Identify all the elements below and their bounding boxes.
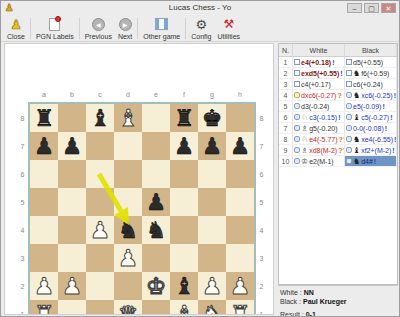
book-icon [346, 70, 352, 76]
square-a5[interactable] [30, 188, 58, 216]
move-text: d3(-0.24) [301, 103, 329, 110]
square-g3[interactable] [198, 244, 226, 272]
toolbar-separator [185, 18, 186, 39]
square-c8[interactable]: ♝ [86, 104, 114, 132]
square-c6[interactable] [86, 160, 114, 188]
black-piece-b7: ♟ [62, 133, 83, 159]
config-button[interactable]: ⚙ Config [188, 16, 214, 41]
white-piece-h2: ♟ [230, 273, 251, 299]
pawn-icon: ♟ [10, 18, 22, 31]
square-d6[interactable] [114, 160, 142, 188]
move-number: 6 [279, 112, 293, 122]
square-a3[interactable] [30, 244, 58, 272]
coord-label-8: 8 [257, 104, 266, 132]
move-cell-1-white[interactable]: e4(+0.18)! [293, 57, 345, 67]
coord-label-5: 5 [257, 188, 266, 216]
move-cell-3-white[interactable]: c4(+0.17) [293, 79, 345, 89]
right-arrow-icon: ▶ [119, 18, 132, 31]
square-a7[interactable]: ♟ [30, 132, 58, 160]
move-row-4: 4dxc6(-0.27)?♞xc6(-0.25)! [279, 90, 397, 101]
pgn-labels-button[interactable]: PGN Labels [33, 16, 77, 41]
coord-label-3: 3 [18, 244, 27, 272]
nag-annotation: ! [332, 59, 334, 66]
square-g7[interactable]: ♟ [198, 132, 226, 160]
coord-label-1: 1 [18, 300, 27, 315]
square-c7[interactable] [86, 132, 114, 160]
comment-icon [294, 103, 300, 109]
square-b6[interactable] [58, 160, 86, 188]
coord-label-c: c [86, 91, 114, 100]
move-text: 0-0(-0.08) [353, 125, 384, 132]
square-a4[interactable] [30, 216, 58, 244]
white-piece-c4: ♟ [90, 217, 111, 243]
move-number: 10 [279, 156, 293, 166]
nag-annotation: ?? [338, 147, 345, 154]
white-player-line: White : NN [280, 288, 398, 297]
square-e8[interactable] [142, 104, 170, 132]
black-piece-d4: ♞ [118, 217, 139, 243]
square-b7[interactable]: ♟ [58, 132, 86, 160]
coord-label-5: 5 [18, 188, 27, 216]
book-icon [346, 81, 352, 87]
black-piece-f7: ♟ [174, 133, 195, 159]
move-cell-4-black[interactable]: ♞xc6(-0.25)! [345, 90, 397, 100]
coord-label-f: f [170, 91, 198, 100]
move-number: 3 [279, 79, 293, 89]
white-piece-g1: ♞ [202, 301, 223, 315]
square-f5[interactable] [170, 188, 198, 216]
black-piece-c8: ♝ [90, 105, 111, 131]
comment-icon [346, 136, 352, 142]
square-e4[interactable]: ♞ [142, 216, 170, 244]
comment-icon [346, 147, 352, 153]
square-a8[interactable]: ♜ [30, 104, 58, 132]
move-cell-8-black[interactable]: ♞xe4(-6.55)! [345, 134, 397, 144]
nag-annotation: ! [382, 103, 384, 110]
close-window-button[interactable]: ✕ [381, 3, 396, 13]
square-f6[interactable] [170, 160, 198, 188]
minimize-button[interactable]: – [347, 3, 362, 13]
comment-icon [294, 114, 300, 120]
nag-annotation: ! [394, 92, 396, 99]
move-cell-5-black[interactable]: e5(-0.09)! [345, 101, 397, 111]
move-number: 5 [279, 101, 293, 111]
square-g1[interactable]: ♞ [198, 300, 226, 315]
square-d8[interactable]: ♝ [114, 104, 142, 132]
black-piece-e4: ♞ [146, 217, 167, 243]
next-button[interactable]: ▶ Next [115, 16, 135, 41]
move-cell-2-black[interactable]: ♞f6(+0.59) [345, 68, 397, 78]
nag-annotation: ! [374, 158, 376, 165]
square-c2[interactable] [86, 272, 114, 300]
coord-label-e: e [142, 91, 170, 100]
toolbar-separator [79, 18, 80, 39]
move-cell-4-white[interactable]: dxc6(-0.27)? [293, 90, 345, 100]
coord-label-4: 4 [18, 216, 27, 244]
coord-label-g: g [198, 91, 226, 100]
square-c3[interactable] [86, 244, 114, 272]
square-d3[interactable]: ♟ [114, 244, 142, 272]
square-h5[interactable] [226, 188, 254, 216]
square-h2[interactable]: ♟ [226, 272, 254, 300]
header-n: N. [279, 44, 293, 56]
figurine-icon: ♝ [353, 146, 360, 155]
move-number: 4 [279, 90, 293, 100]
move-text: c5(-0.27) [361, 114, 389, 121]
move-text: c4(+0.17) [301, 81, 331, 88]
move-cell-10-black[interactable]: ♞d4#! [345, 156, 397, 166]
square-d7[interactable] [114, 132, 142, 160]
black-label: Black : [280, 298, 301, 305]
white-piece-a1: ♜ [34, 301, 55, 315]
nag-annotation: ! [390, 114, 392, 121]
next-button-label: Next [118, 33, 132, 40]
comment-icon [346, 114, 352, 120]
square-g2[interactable]: ♟ [198, 272, 226, 300]
square-e7[interactable] [142, 132, 170, 160]
comment-icon [294, 147, 300, 153]
square-b2[interactable]: ♟ [58, 272, 86, 300]
square-h7[interactable]: ♟ [226, 132, 254, 160]
coord-label-b: b [58, 91, 86, 100]
black-piece-g8: ♚ [202, 105, 223, 131]
move-row-7: 7♗g5(-0.20)0-0(-0.08)! [279, 123, 397, 134]
coords-right: 87654321 [257, 104, 266, 315]
nag-annotation: ? [337, 92, 341, 99]
move-text: g5(-0.20) [309, 125, 337, 132]
move-text: xc6(-0.25) [361, 92, 393, 99]
white-piece-h1: ♜ [230, 301, 251, 315]
move-number: 7 [279, 123, 293, 133]
coord-label-h: h [226, 91, 254, 100]
coord-label-7: 7 [18, 132, 27, 160]
square-f4[interactable] [170, 216, 198, 244]
comment-icon [346, 103, 352, 109]
move-text: xe4(-6.55) [361, 136, 393, 143]
pin-icon [55, 16, 61, 22]
maximize-button[interactable]: ▢ [364, 3, 379, 13]
coord-label-6: 6 [18, 160, 27, 188]
black-player-line: Black : Paul Krueger [280, 297, 398, 306]
move-text: exd5(+0.55) [301, 70, 339, 77]
move-text: xf2+(M-2) [361, 147, 391, 154]
black-piece-a8: ♜ [34, 105, 55, 131]
coord-label-2: 2 [18, 272, 27, 300]
coord-label-3: 3 [257, 244, 266, 272]
square-b1[interactable] [58, 300, 86, 315]
square-c4[interactable]: ♟ [86, 216, 114, 244]
figurine-icon: ♘ [301, 135, 308, 144]
header-white: White [293, 44, 345, 56]
coord-label-4: 4 [257, 216, 266, 244]
utilities-button-label: Utilities [218, 33, 241, 40]
figurine-icon: ♘ [301, 113, 308, 122]
square-b8[interactable] [58, 104, 86, 132]
coord-label-d: d [114, 91, 142, 100]
comment-icon [346, 92, 352, 98]
comment-icon [294, 92, 300, 98]
white-piece-g2: ♟ [202, 273, 223, 299]
white-piece-b2: ♟ [62, 273, 83, 299]
move-text: e4(-5.77) [309, 136, 337, 143]
white-piece-a2: ♟ [34, 273, 55, 299]
square-g4[interactable] [198, 216, 226, 244]
square-d5[interactable] [114, 188, 142, 216]
move-number: 1 [279, 57, 293, 67]
move-text: e4(+0.18) [301, 59, 331, 66]
square-a6[interactable] [30, 160, 58, 188]
moves-table-body: 1e4(+0.18)!d5(+0.55)2exd5(+0.55)!♞f6(+0.… [279, 57, 397, 167]
black-piece-f8: ♜ [174, 105, 195, 131]
comment-icon [294, 136, 300, 142]
coords-top: abcdefgh [30, 91, 254, 100]
comment-icon [294, 125, 300, 131]
white-player-name: NN [304, 289, 314, 296]
coord-label-7: 7 [257, 132, 266, 160]
black-piece-e5: ♟ [146, 189, 167, 215]
square-f7[interactable]: ♟ [170, 132, 198, 160]
other-game-button-label: Other game [143, 33, 180, 40]
move-text: d5(+0.55) [353, 59, 383, 66]
move-cell-8-white[interactable]: ♘e4(-5.77)?? [293, 134, 345, 144]
white-piece-d3: ♟ [118, 245, 139, 271]
book-icon [294, 81, 300, 87]
page-icon [49, 18, 60, 31]
white-piece-f1: ♝ [174, 301, 195, 315]
board-panel: abcdefgh 87654321 87654321 abcdefgh ♜♝♝♜… [4, 43, 274, 315]
move-row-5: 5d3(-0.24)e5(-0.09)! [279, 101, 397, 112]
move-cell-5-white[interactable]: d3(-0.24) [293, 101, 345, 111]
toolbar-separator [30, 18, 31, 39]
move-text: e2(M-1) [309, 158, 334, 165]
square-b3[interactable] [58, 244, 86, 272]
other-game-icon [155, 18, 168, 30]
move-text: c3(-0.15) [309, 114, 337, 121]
nag-annotation: ! [340, 70, 342, 77]
move-cell-6-black[interactable]: ♝c5(-0.27)! [345, 112, 397, 122]
figurine-icon: ♞ [353, 157, 360, 166]
figurine-icon: ♗ [301, 124, 308, 133]
white-piece-d8: ♝ [118, 105, 139, 131]
window-title: Lucas Chess - Yo [1, 3, 399, 12]
move-cell-9-white[interactable]: ♗xd8(M-2)?? [293, 145, 345, 155]
square-e6[interactable] [142, 160, 170, 188]
move-row-2: 2exd5(+0.55)!♞f6(+0.59) [279, 68, 397, 79]
square-a1[interactable]: ♜ [30, 300, 58, 315]
white-label: White : [280, 289, 302, 296]
nag-annotation: ! [338, 114, 340, 121]
white-piece-e2: ♚ [146, 273, 167, 299]
result-label: Result : [280, 311, 304, 317]
square-f2[interactable]: ♝ [170, 272, 198, 300]
move-number: 8 [279, 134, 293, 144]
white-piece-d1: ♛ [118, 301, 139, 315]
square-h4[interactable] [226, 216, 254, 244]
figurine-icon: ♞ [353, 69, 360, 78]
move-row-8: 8♘e4(-5.77)??♞xe4(-6.55)! [279, 134, 397, 145]
move-row-3: 3c4(+0.17)c6(+0.24) [279, 79, 397, 90]
config-button-label: Config [191, 33, 211, 40]
nag-annotation: ! [394, 136, 396, 143]
coord-label-8: 8 [18, 104, 27, 132]
coord-label-2: 2 [257, 272, 266, 300]
left-arrow-icon: ◀ [92, 18, 105, 31]
square-h8[interactable] [226, 104, 254, 132]
square-e5[interactable]: ♟ [142, 188, 170, 216]
game-info: White : NN Black : Paul Krueger Result :… [280, 288, 398, 317]
square-g5[interactable] [198, 188, 226, 216]
gear-icon: ⚙ [196, 18, 208, 31]
coords-left: 87654321 [18, 104, 27, 315]
result-value: 0-1 [306, 311, 316, 317]
move-number: 9 [279, 145, 293, 155]
square-h3[interactable] [226, 244, 254, 272]
black-player-name: Paul Krueger [303, 298, 347, 305]
figurine-icon: ♝ [353, 113, 360, 122]
close-button[interactable]: ♟ Close [4, 16, 28, 41]
black-piece-h7: ♟ [230, 133, 251, 159]
square-h6[interactable] [226, 160, 254, 188]
square-b4[interactable] [58, 216, 86, 244]
header-black: Black [345, 44, 397, 56]
book-icon [294, 70, 300, 76]
comment-icon [346, 158, 352, 164]
move-number: 2 [279, 68, 293, 78]
square-g6[interactable] [198, 160, 226, 188]
chess-board: ♜♝♝♜♚♟♟♟♟♟♟♟♞♞♟♟♟♚♝♟♟♜♛♝♞♜ [28, 102, 256, 315]
square-h1[interactable]: ♜ [226, 300, 254, 315]
move-text: f6(+0.59) [361, 70, 389, 77]
figurine-icon: ♞ [353, 91, 360, 100]
previous-button-label: Previous [85, 33, 112, 40]
square-f8[interactable]: ♜ [170, 104, 198, 132]
comment-icon [346, 125, 352, 131]
toolbar: ♟ Close PGN Labels ◀ Previous ▶ Next Oth… [1, 15, 399, 42]
tools-icon: ⚒ [223, 18, 234, 31]
square-f1[interactable]: ♝ [170, 300, 198, 315]
move-row-1: 1e4(+0.18)!d5(+0.55) [279, 57, 397, 68]
book-icon [346, 59, 352, 65]
move-cell-6-white[interactable]: ♘c3(-0.15)! [293, 112, 345, 122]
square-c1[interactable] [86, 300, 114, 315]
move-cell-7-white[interactable]: ♗g5(-0.20) [293, 123, 345, 133]
move-text: d4# [361, 158, 373, 165]
square-e3[interactable] [142, 244, 170, 272]
pgn-labels-button-label: PGN Labels [36, 33, 74, 40]
nag-annotation: ! [392, 147, 394, 154]
move-text: c6(+0.24) [353, 81, 383, 88]
previous-button[interactable]: ◀ Previous [82, 16, 115, 41]
move-cell-10-white[interactable]: ♔e2(M-1) [293, 156, 345, 166]
square-d1[interactable]: ♛ [114, 300, 142, 315]
coord-label-1: 1 [257, 300, 266, 315]
move-cell-2-white[interactable]: exd5(+0.55)! [293, 68, 345, 78]
figurine-icon: ♞ [353, 135, 360, 144]
move-row-6: 6♘c3(-0.15)!♝c5(-0.27)! [279, 112, 397, 123]
nag-annotation: ! [385, 125, 387, 132]
move-cell-9-black[interactable]: ♝xf2+(M-2)! [345, 145, 397, 155]
move-cell-1-black[interactable]: d5(+0.55) [345, 57, 397, 67]
black-piece-f2: ♝ [174, 273, 195, 299]
move-text: xd8(M-2) [309, 147, 337, 154]
figurine-icon: ♗ [301, 146, 308, 155]
move-text: dxc6(-0.27) [301, 92, 336, 99]
square-d2[interactable] [114, 272, 142, 300]
square-b5[interactable] [58, 188, 86, 216]
square-e1[interactable] [142, 300, 170, 315]
square-g8[interactable]: ♚ [198, 104, 226, 132]
move-row-10: 10♔e2(M-1)♞d4#! [279, 156, 397, 167]
figurine-icon: ♔ [301, 157, 308, 166]
book-icon [294, 59, 300, 65]
other-game-button[interactable]: Other game [140, 16, 183, 41]
square-f3[interactable] [170, 244, 198, 272]
result-line: Result : 0-1 [280, 310, 398, 317]
square-a2[interactable]: ♟ [30, 272, 58, 300]
square-d4[interactable]: ♞ [114, 216, 142, 244]
comment-icon [294, 158, 300, 164]
black-piece-a7: ♟ [34, 133, 55, 159]
close-button-label: Close [7, 33, 25, 40]
panel-divider [278, 285, 398, 286]
title-bar: ♟ Lucas Chess - Yo – ▢ ✕ [1, 1, 399, 15]
coord-label-a: a [30, 91, 58, 100]
square-e2[interactable]: ♚ [142, 272, 170, 300]
move-cell-7-black[interactable]: 0-0(-0.08)! [345, 123, 397, 133]
moves-table-header: N. White Black [279, 44, 397, 57]
move-text: e5(-0.09) [353, 103, 381, 110]
black-piece-g7: ♟ [202, 133, 223, 159]
move-row-9: 9♗xd8(M-2)??♝xf2+(M-2)! [279, 145, 397, 156]
move-cell-3-black[interactable]: c6(+0.24) [345, 79, 397, 89]
coord-label-6: 6 [257, 160, 266, 188]
square-c5[interactable] [86, 188, 114, 216]
moves-panel: N. White Black 1e4(+0.18)!d5(+0.55)2exd5… [278, 43, 398, 285]
utilities-button[interactable]: ⚒ Utilities [215, 16, 244, 41]
toolbar-separator [137, 18, 138, 39]
